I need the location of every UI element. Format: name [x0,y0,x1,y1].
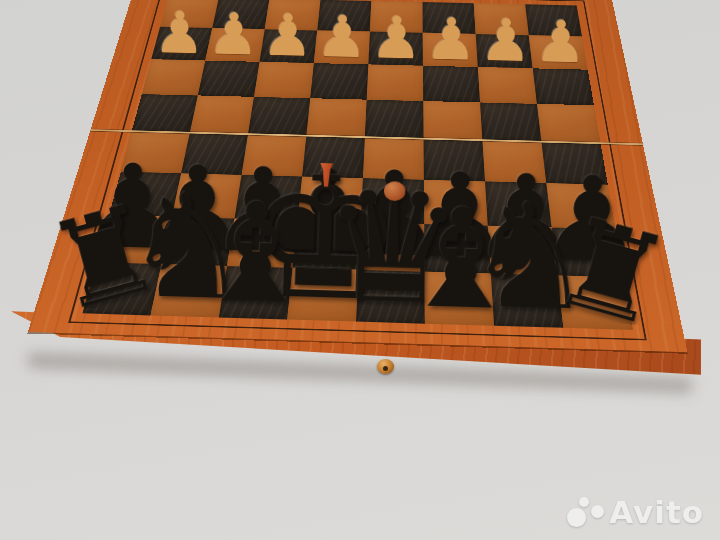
square-e7[interactable]: ♟ [293,220,361,269]
square-c4[interactable] [423,101,482,140]
square-f1[interactable]: ♝ [265,0,321,30]
square-d7[interactable]: ♟ [358,222,424,272]
square-d5[interactable] [363,137,424,179]
black-pawn[interactable]: ♟ [471,162,580,276]
square-c3[interactable] [423,66,480,103]
square-h5[interactable] [121,131,190,173]
square-b8[interactable]: ♞ [491,274,564,328]
square-h3[interactable] [142,59,205,95]
square-b6[interactable] [485,181,552,227]
square-f3[interactable] [254,62,314,98]
square-d4[interactable] [365,100,424,139]
square-e5[interactable] [302,136,365,178]
square-b5[interactable] [482,140,546,183]
board-border-grain [28,0,688,352]
chess-board: ♜♞♝♚♛♝♞♜♟♟♟♟♟♟♟♟♟♟♟♟♟♟♟♟♜♞♝♚♛♝♞♜ [28,0,688,352]
white-pawn[interactable]: ♟ [261,7,314,63]
square-a6[interactable] [546,183,615,229]
black-bishop[interactable]: ♝ [397,192,524,326]
square-d1[interactable]: ♛ [370,1,423,33]
square-a1[interactable]: ♜ [525,4,582,36]
board-hinge-line [90,129,643,145]
white-queen[interactable]: ♛ [351,0,444,34]
square-c7[interactable]: ♟ [424,224,491,274]
black-pawn[interactable]: ♟ [78,152,185,265]
square-h1[interactable]: ♜ [160,0,219,28]
board-wrap: ♜♞♝♚♛♝♞♜♟♟♟♟♟♟♟♟♟♟♟♟♟♟♟♟♜♞♝♚♛♝♞♜ [0,0,720,540]
black-pawn[interactable]: ♟ [274,157,382,270]
white-knight[interactable]: ♞ [459,0,547,36]
black-knight[interactable]: ♞ [121,177,254,318]
board-grid: ♜♞♝♚♛♝♞♜♟♟♟♟♟♟♟♟♟♟♟♟♟♟♟♟♜♞♝♚♛♝♞♜ [83,0,634,330]
square-e1[interactable]: ♚ [317,0,371,32]
square-d2[interactable]: ♟ [368,32,423,66]
black-pawn[interactable]: ♟ [405,160,513,274]
square-h8[interactable]: ♜ [83,262,162,315]
square-g1[interactable]: ♞ [212,0,269,29]
square-a4[interactable] [537,104,601,144]
square-e6[interactable] [298,177,363,223]
square-g2[interactable]: ♟ [205,28,264,62]
square-f7[interactable]: ♟ [227,219,298,268]
watermark-text: Avito [609,497,704,528]
square-e3[interactable] [310,63,368,99]
square-e4[interactable] [306,98,366,137]
black-rook[interactable]: ♜ [37,189,171,328]
white-rook[interactable]: ♜ [148,0,228,29]
square-g6[interactable] [172,173,242,218]
square-a3[interactable] [533,68,594,105]
black-pawn[interactable]: ♟ [208,155,315,268]
square-h7[interactable]: ♟ [96,215,171,264]
square-f6[interactable] [235,175,303,220]
white-pawn[interactable]: ♟ [479,12,533,68]
square-g5[interactable] [181,133,248,175]
black-queen[interactable]: ♛ [319,170,466,325]
square-f8[interactable]: ♝ [219,266,293,320]
avito-logo-icon [567,496,603,528]
white-rook[interactable]: ♜ [515,0,596,37]
square-h4[interactable] [132,94,198,133]
square-f5[interactable] [242,134,307,176]
black-rook[interactable]: ♜ [543,202,681,343]
square-c2[interactable]: ♟ [423,33,478,67]
watermark: Avito [567,496,704,528]
square-g3[interactable] [198,61,260,97]
black-king[interactable]: ♚ [242,149,406,322]
black-queen-orange-ball [383,181,405,201]
white-pawn[interactable]: ♟ [153,5,206,61]
square-h6[interactable] [109,172,181,217]
square-a5[interactable] [541,142,607,185]
white-pawn[interactable]: ♟ [315,8,368,64]
white-pawn[interactable]: ♟ [370,10,423,66]
square-g7[interactable]: ♟ [162,217,235,266]
black-pawn[interactable]: ♟ [537,164,646,278]
black-knight[interactable]: ♞ [463,186,598,328]
square-c8[interactable]: ♝ [425,272,495,326]
square-c1[interactable]: ♝ [423,2,476,34]
square-f2[interactable]: ♟ [260,29,318,63]
square-f4[interactable] [248,97,310,136]
white-knight[interactable]: ♞ [197,0,284,30]
square-b3[interactable] [478,67,537,104]
white-pawn[interactable]: ♟ [207,6,260,62]
square-a8[interactable]: ♜ [557,276,633,330]
white-king[interactable]: ♚ [297,0,394,33]
square-g8[interactable]: ♞ [151,264,227,317]
square-h2[interactable]: ♟ [151,27,212,61]
white-bishop[interactable]: ♝ [407,0,494,35]
white-pawn[interactable]: ♟ [424,11,477,67]
photo-scene: ♜♞♝♚♛♝♞♜♟♟♟♟♟♟♟♟♟♟♟♟♟♟♟♟♜♞♝♚♛♝♞♜ Avito [0,0,720,540]
square-a7[interactable]: ♟ [552,227,624,277]
white-pawn[interactable]: ♟ [534,13,588,69]
black-pawn[interactable]: ♟ [339,158,447,272]
square-g4[interactable] [190,95,254,134]
square-d6[interactable] [361,178,424,224]
box-clasp [377,359,394,374]
black-king-orange-finial [318,163,335,187]
black-pawn[interactable]: ♟ [143,153,250,266]
black-bishop[interactable]: ♝ [193,187,319,320]
square-c6[interactable] [424,180,488,226]
square-b2[interactable]: ♟ [476,34,533,68]
white-bishop[interactable]: ♝ [250,0,336,31]
board-frame-line [68,0,647,341]
square-b1[interactable]: ♞ [474,3,529,35]
square-b4[interactable] [480,102,541,142]
square-e8[interactable]: ♚ [287,268,358,322]
square-a2[interactable]: ♟ [529,35,588,69]
square-d3[interactable] [367,64,424,101]
square-d8[interactable]: ♛ [356,270,425,324]
square-b7[interactable]: ♟ [488,226,558,276]
square-e2[interactable]: ♟ [314,30,370,64]
square-c5[interactable] [424,139,485,181]
